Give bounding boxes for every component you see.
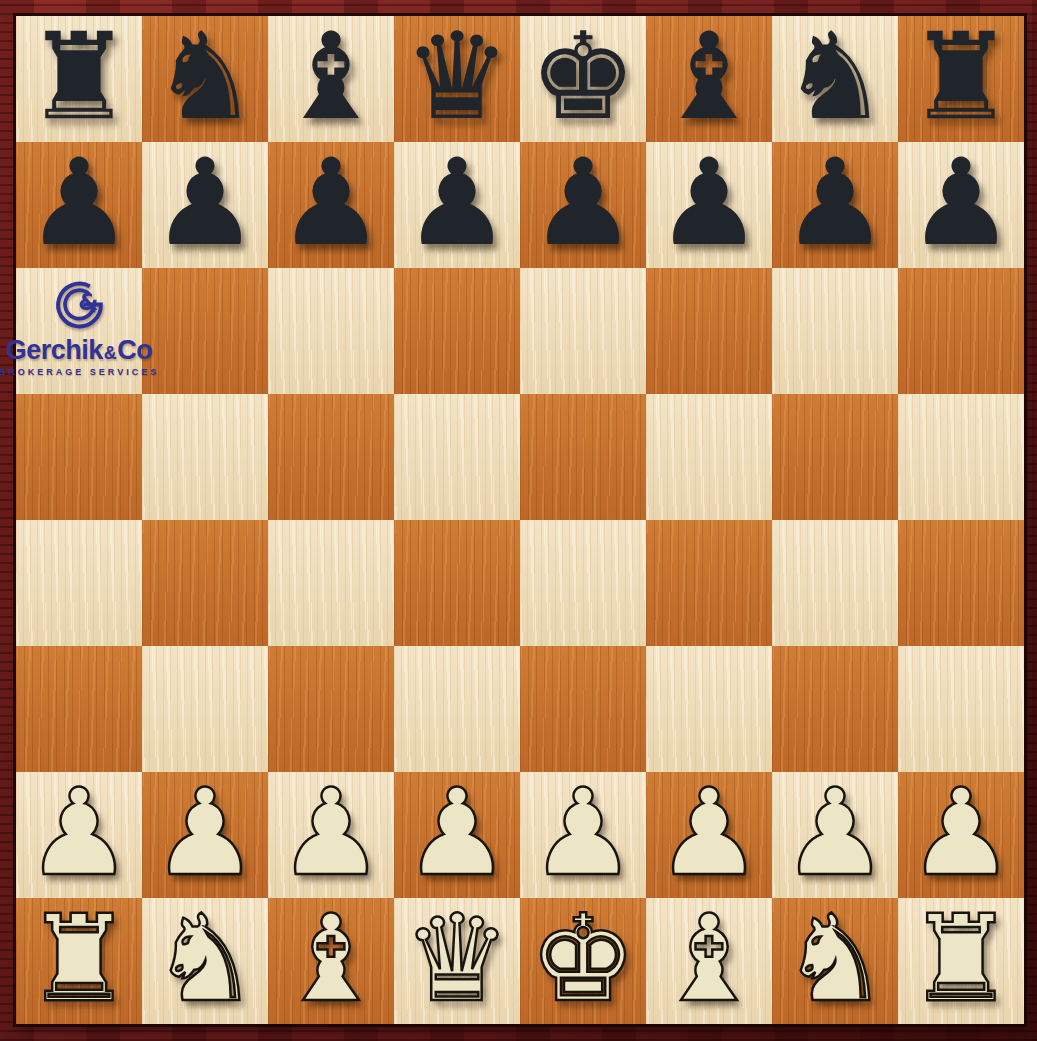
square-c2[interactable]: ♟ [268,772,394,898]
square-d6[interactable] [394,268,520,394]
black-rook-h8: ♜ [907,17,1015,137]
square-h3[interactable] [898,646,1024,772]
black-pawn-e7: ♟ [529,143,637,263]
square-b5[interactable] [142,394,268,520]
white-rook-a1: ♜ [25,899,133,1019]
white-bishop-c1: ♝ [277,899,385,1019]
white-pawn-b2: ♟ [151,773,259,893]
square-b2[interactable]: ♟ [142,772,268,898]
square-c7[interactable]: ♟ [268,142,394,268]
square-e6[interactable] [520,268,646,394]
square-g7[interactable]: ♟ [772,142,898,268]
square-b3[interactable] [142,646,268,772]
white-knight-b1: ♞ [151,899,259,1019]
square-f3[interactable] [646,646,772,772]
square-a2[interactable]: ♟ [16,772,142,898]
white-bishop-f1: ♝ [655,899,763,1019]
white-pawn-a2: ♟ [25,773,133,893]
white-king-e1: ♚ [529,899,637,1019]
white-knight-g1: ♞ [781,899,889,1019]
square-e3[interactable] [520,646,646,772]
black-pawn-a7: ♟ [25,143,133,263]
black-pawn-b7: ♟ [151,143,259,263]
square-a7[interactable]: ♟ [16,142,142,268]
square-b8[interactable]: ♞ [142,16,268,142]
white-pawn-f2: ♟ [655,773,763,893]
square-b4[interactable] [142,520,268,646]
black-king-e8: ♚ [529,17,637,137]
square-b1[interactable]: ♞ [142,898,268,1024]
square-a6[interactable]: & Gerchik&Co BROKERAGE SERVICES [16,268,142,394]
square-e2[interactable]: ♟ [520,772,646,898]
white-pawn-c2: ♟ [277,773,385,893]
logo-wordmark-ampersand: & [104,343,117,364]
square-a8[interactable]: ♜ [16,16,142,142]
square-g4[interactable] [772,520,898,646]
square-c4[interactable] [268,520,394,646]
square-e7[interactable]: ♟ [520,142,646,268]
square-g3[interactable] [772,646,898,772]
square-h5[interactable] [898,394,1024,520]
square-c8[interactable]: ♝ [268,16,394,142]
black-pawn-g7: ♟ [781,143,889,263]
square-a1[interactable]: ♜ [16,898,142,1024]
chess-board: ♜♞♝♛♚♝♞♜♟♟♟♟♟♟♟♟ & Gerchik&Co BROKERAGE … [16,16,1024,1024]
square-f1[interactable]: ♝ [646,898,772,1024]
square-c5[interactable] [268,394,394,520]
square-c3[interactable] [268,646,394,772]
black-knight-g8: ♞ [781,17,889,137]
square-g1[interactable]: ♞ [772,898,898,1024]
square-f4[interactable] [646,520,772,646]
square-b6[interactable] [142,268,268,394]
black-pawn-c7: ♟ [277,143,385,263]
square-e8[interactable]: ♚ [520,16,646,142]
white-pawn-g2: ♟ [781,773,889,893]
square-h4[interactable] [898,520,1024,646]
square-d5[interactable] [394,394,520,520]
square-f2[interactable]: ♟ [646,772,772,898]
gerchik-logo: & Gerchik&Co BROKERAGE SERVICES [16,268,142,394]
black-pawn-h7: ♟ [907,143,1015,263]
square-h2[interactable]: ♟ [898,772,1024,898]
logo-tagline: BROKERAGE SERVICES [0,367,159,377]
square-d3[interactable] [394,646,520,772]
white-pawn-d2: ♟ [403,773,511,893]
square-d7[interactable]: ♟ [394,142,520,268]
square-f7[interactable]: ♟ [646,142,772,268]
square-h8[interactable]: ♜ [898,16,1024,142]
square-g2[interactable]: ♟ [772,772,898,898]
square-f8[interactable]: ♝ [646,16,772,142]
square-c6[interactable] [268,268,394,394]
square-a3[interactable] [16,646,142,772]
black-pawn-d7: ♟ [403,143,511,263]
black-rook-a8: ♜ [25,17,133,137]
logo-wordmark-main: Gerchik [6,335,103,366]
black-bishop-c8: ♝ [277,17,385,137]
square-b7[interactable]: ♟ [142,142,268,268]
monogram-ampersand: & [78,289,98,315]
square-h7[interactable]: ♟ [898,142,1024,268]
black-queen-d8: ♛ [403,17,511,137]
square-c1[interactable]: ♝ [268,898,394,1024]
square-f6[interactable] [646,268,772,394]
square-e4[interactable] [520,520,646,646]
square-h6[interactable] [898,268,1024,394]
square-f5[interactable] [646,394,772,520]
white-pawn-h2: ♟ [907,773,1015,893]
square-g5[interactable] [772,394,898,520]
logo-wordmark: Gerchik&Co [6,335,153,366]
square-d2[interactable]: ♟ [394,772,520,898]
white-rook-h1: ♜ [907,899,1015,1019]
square-d1[interactable]: ♛ [394,898,520,1024]
square-d4[interactable] [394,520,520,646]
square-a5[interactable] [16,394,142,520]
black-knight-b8: ♞ [151,17,259,137]
square-g8[interactable]: ♞ [772,16,898,142]
square-e1[interactable]: ♚ [520,898,646,1024]
square-a4[interactable] [16,520,142,646]
square-e5[interactable] [520,394,646,520]
square-d8[interactable]: ♛ [394,16,520,142]
white-pawn-e2: ♟ [529,773,637,893]
chessboard-app: ♜♞♝♛♚♝♞♜♟♟♟♟♟♟♟♟ & Gerchik&Co BROKERAGE … [0,0,1037,1041]
square-g6[interactable] [772,268,898,394]
black-pawn-f7: ♟ [655,143,763,263]
black-bishop-f8: ♝ [655,17,763,137]
white-queen-d1: ♛ [403,899,511,1019]
logo-wordmark-co: Co [117,335,152,366]
gerchik-monogram-icon: & [51,276,108,333]
square-h1[interactable]: ♜ [898,898,1024,1024]
